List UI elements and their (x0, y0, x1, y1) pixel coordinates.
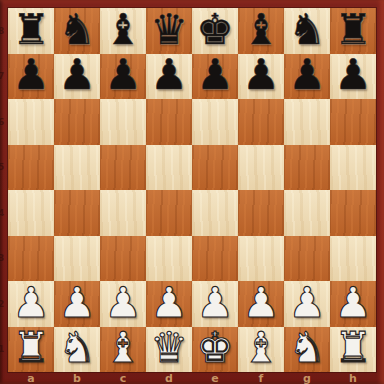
piece-white-pawn[interactable]: ♟ (150, 282, 188, 324)
square-h5[interactable] (330, 145, 376, 191)
piece-white-queen[interactable]: ♛ (150, 327, 188, 369)
square-b3[interactable] (54, 236, 100, 282)
rank-label-6: 6 (0, 117, 4, 126)
square-c3[interactable] (100, 236, 146, 282)
piece-white-king[interactable]: ♚ (196, 327, 234, 369)
piece-black-knight[interactable]: ♞ (58, 9, 96, 51)
square-c7[interactable]: ♟ (100, 54, 146, 100)
square-h3[interactable] (330, 236, 376, 282)
square-d2[interactable]: ♟ (146, 281, 192, 327)
square-b7[interactable]: ♟ (54, 54, 100, 100)
piece-white-pawn[interactable]: ♟ (242, 282, 280, 324)
piece-white-pawn[interactable]: ♟ (334, 282, 372, 324)
piece-white-rook[interactable]: ♜ (12, 327, 50, 369)
chess-board: ♜♞♝♛♚♝♞♜♟♟♟♟♟♟♟♟♟♟♟♟♟♟♟♟♜♞♝♛♚♝♞♜ (8, 8, 376, 372)
square-a6[interactable] (8, 99, 54, 145)
rank-label-4: 4 (0, 208, 4, 217)
square-e3[interactable] (192, 236, 238, 282)
piece-white-pawn[interactable]: ♟ (196, 282, 234, 324)
square-b4[interactable] (54, 190, 100, 236)
square-e2[interactable]: ♟ (192, 281, 238, 327)
square-b8[interactable]: ♞ (54, 8, 100, 54)
piece-black-pawn[interactable]: ♟ (242, 54, 280, 96)
piece-white-pawn[interactable]: ♟ (104, 282, 142, 324)
piece-black-pawn[interactable]: ♟ (58, 54, 96, 96)
square-h4[interactable] (330, 190, 376, 236)
square-g4[interactable] (284, 190, 330, 236)
square-d7[interactable]: ♟ (146, 54, 192, 100)
square-f5[interactable] (238, 145, 284, 191)
square-d4[interactable] (146, 190, 192, 236)
square-h6[interactable] (330, 99, 376, 145)
chess-board-frame: ♜♞♝♛♚♝♞♜♟♟♟♟♟♟♟♟♟♟♟♟♟♟♟♟♜♞♝♛♚♝♞♜ abcdefg… (0, 0, 384, 384)
rank-label-3: 3 (0, 254, 4, 263)
piece-white-pawn[interactable]: ♟ (288, 282, 326, 324)
square-c1[interactable]: ♝ (100, 327, 146, 373)
rank-label-8: 8 (0, 26, 4, 35)
square-c5[interactable] (100, 145, 146, 191)
square-e1[interactable]: ♚ (192, 327, 238, 373)
rank-label-7: 7 (0, 72, 4, 81)
square-a8[interactable]: ♜ (8, 8, 54, 54)
piece-black-king[interactable]: ♚ (196, 9, 234, 51)
square-b6[interactable] (54, 99, 100, 145)
piece-black-pawn[interactable]: ♟ (150, 54, 188, 96)
piece-white-pawn[interactable]: ♟ (12, 282, 50, 324)
piece-white-knight[interactable]: ♞ (288, 327, 326, 369)
square-a3[interactable] (8, 236, 54, 282)
square-e4[interactable] (192, 190, 238, 236)
file-label-f: f (259, 373, 264, 384)
rank-label-2: 2 (0, 299, 4, 308)
square-a4[interactable] (8, 190, 54, 236)
file-label-a: a (27, 373, 34, 384)
square-a2[interactable]: ♟ (8, 281, 54, 327)
piece-white-pawn[interactable]: ♟ (58, 282, 96, 324)
file-label-g: g (303, 373, 311, 384)
piece-white-bishop[interactable]: ♝ (104, 327, 142, 369)
square-g2[interactable]: ♟ (284, 281, 330, 327)
piece-white-knight[interactable]: ♞ (58, 327, 96, 369)
rank-label-5: 5 (0, 163, 4, 172)
square-e8[interactable]: ♚ (192, 8, 238, 54)
square-h1[interactable]: ♜ (330, 327, 376, 373)
square-f7[interactable]: ♟ (238, 54, 284, 100)
square-g5[interactable] (284, 145, 330, 191)
square-f3[interactable] (238, 236, 284, 282)
file-label-h: h (349, 373, 357, 384)
square-b2[interactable]: ♟ (54, 281, 100, 327)
square-e5[interactable] (192, 145, 238, 191)
square-a7[interactable]: ♟ (8, 54, 54, 100)
square-c4[interactable] (100, 190, 146, 236)
piece-black-knight[interactable]: ♞ (288, 9, 326, 51)
square-f2[interactable]: ♟ (238, 281, 284, 327)
piece-black-pawn[interactable]: ♟ (334, 54, 372, 96)
square-g3[interactable] (284, 236, 330, 282)
piece-black-rook[interactable]: ♜ (334, 9, 372, 51)
square-f8[interactable]: ♝ (238, 8, 284, 54)
piece-black-bishop[interactable]: ♝ (104, 9, 142, 51)
square-d6[interactable] (146, 99, 192, 145)
piece-black-pawn[interactable]: ♟ (288, 54, 326, 96)
square-d8[interactable]: ♛ (146, 8, 192, 54)
square-a5[interactable] (8, 145, 54, 191)
piece-black-bishop[interactable]: ♝ (242, 9, 280, 51)
file-label-e: e (211, 373, 218, 384)
square-g6[interactable] (284, 99, 330, 145)
square-g7[interactable]: ♟ (284, 54, 330, 100)
square-g1[interactable]: ♞ (284, 327, 330, 373)
square-d1[interactable]: ♛ (146, 327, 192, 373)
square-d5[interactable] (146, 145, 192, 191)
piece-white-bishop[interactable]: ♝ (242, 327, 280, 369)
piece-black-pawn[interactable]: ♟ (196, 54, 234, 96)
square-h8[interactable]: ♜ (330, 8, 376, 54)
piece-black-queen[interactable]: ♛ (150, 9, 188, 51)
square-f1[interactable]: ♝ (238, 327, 284, 373)
square-h7[interactable]: ♟ (330, 54, 376, 100)
piece-white-rook[interactable]: ♜ (334, 327, 372, 369)
file-label-d: d (165, 373, 173, 384)
square-c6[interactable] (100, 99, 146, 145)
square-g8[interactable]: ♞ (284, 8, 330, 54)
square-f4[interactable] (238, 190, 284, 236)
piece-black-rook[interactable]: ♜ (12, 9, 50, 51)
square-b5[interactable] (54, 145, 100, 191)
square-f6[interactable] (238, 99, 284, 145)
square-c2[interactable]: ♟ (100, 281, 146, 327)
square-c8[interactable]: ♝ (100, 8, 146, 54)
square-e7[interactable]: ♟ (192, 54, 238, 100)
rank-label-1: 1 (0, 345, 4, 354)
piece-black-pawn[interactable]: ♟ (104, 54, 142, 96)
square-e6[interactable] (192, 99, 238, 145)
square-a1[interactable]: ♜ (8, 327, 54, 373)
file-label-b: b (73, 373, 81, 384)
square-h2[interactable]: ♟ (330, 281, 376, 327)
square-b1[interactable]: ♞ (54, 327, 100, 373)
square-d3[interactable] (146, 236, 192, 282)
piece-black-pawn[interactable]: ♟ (12, 54, 50, 96)
file-label-c: c (120, 373, 127, 384)
